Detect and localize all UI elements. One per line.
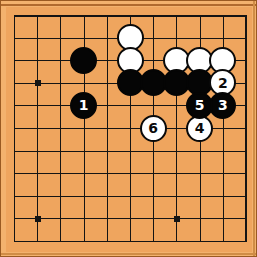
grid-line-horizontal: [14, 173, 247, 174]
go-board: 123456: [6, 7, 252, 252]
grid-line-horizontal: [14, 241, 247, 242]
move-number-label: 1: [79, 98, 89, 112]
wood-frame-top-edge: [1, 4, 257, 6]
wood-frame-bottom-edge: [1, 253, 257, 255]
grid-line-horizontal: [14, 151, 247, 152]
grid-line-horizontal: [14, 218, 247, 219]
black-stone-move-1: 1: [70, 92, 97, 119]
black-stone-move-3: 3: [209, 92, 236, 119]
move-number-label: 4: [195, 121, 205, 135]
star-point: [35, 80, 41, 86]
move-number-label: 2: [218, 75, 228, 89]
black-stone-move-5: 5: [186, 92, 213, 119]
move-number-label: 6: [148, 121, 158, 135]
black-stone: [70, 47, 97, 74]
go-diagram: 123456: [0, 0, 257, 257]
move-number-label: 3: [218, 98, 228, 112]
move-number-label: 5: [195, 98, 205, 112]
grid-line-horizontal: [14, 15, 247, 17]
wood-frame-right-edge: [253, 1, 255, 257]
star-point: [35, 216, 41, 222]
star-point: [174, 216, 180, 222]
grid-line-horizontal: [14, 196, 247, 197]
white-stone-move-6: 6: [140, 115, 167, 142]
